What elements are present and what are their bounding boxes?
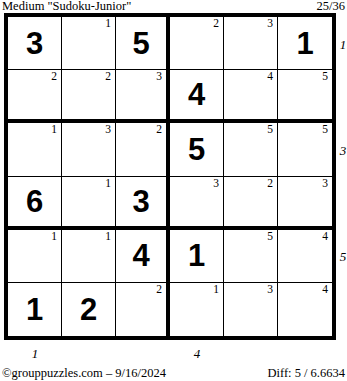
corner-mark: 3 bbox=[213, 177, 219, 190]
corner-mark: 1 bbox=[105, 177, 111, 190]
cell-r4c2[interactable]: 1 bbox=[62, 177, 116, 230]
cell-r3c4[interactable]: 5 bbox=[170, 123, 224, 176]
cell-r2c4[interactable]: 4 bbox=[170, 70, 224, 123]
copyright-date: ©grouppuzzles.com – 9/16/2024 bbox=[2, 366, 166, 380]
corner-mark: 2 bbox=[156, 123, 162, 136]
difficulty: Diff: 5 / 6.6634 bbox=[267, 366, 345, 380]
cell-value: 3 bbox=[116, 177, 166, 226]
corner-mark: 5 bbox=[322, 70, 328, 83]
cell-r5c6[interactable]: 4 bbox=[278, 230, 332, 283]
corner-mark: 4 bbox=[322, 230, 328, 243]
cell-r3c3[interactable]: 2 bbox=[116, 123, 170, 176]
cell-r2c2[interactable]: 2 bbox=[62, 70, 116, 123]
page-title: Medium "Sudoku-Junior" bbox=[2, 0, 131, 13]
footer: ©grouppuzzles.com – 9/16/2024 Diff: 5 / … bbox=[2, 366, 345, 380]
row-label-5: 5 bbox=[340, 250, 347, 263]
cell-r6c3[interactable]: 2 bbox=[116, 283, 170, 336]
cell-value: 1 bbox=[278, 17, 332, 69]
cell-r1c1[interactable]: 3 bbox=[8, 17, 62, 70]
col-label-4: 4 bbox=[194, 347, 201, 360]
corner-mark: 2 bbox=[156, 283, 162, 296]
corner-mark: 4 bbox=[267, 70, 273, 83]
cell-r4c1[interactable]: 6 bbox=[8, 177, 62, 230]
corner-mark: 1 bbox=[105, 17, 111, 30]
cell-r3c5[interactable]: 5 bbox=[224, 123, 278, 176]
corner-mark: 3 bbox=[267, 283, 273, 296]
cell-value: 5 bbox=[170, 123, 223, 175]
row-label-1: 1 bbox=[340, 37, 347, 50]
cell-r5c5[interactable]: 5 bbox=[224, 230, 278, 283]
corner-mark: 2 bbox=[105, 70, 111, 83]
corner-mark: 2 bbox=[267, 177, 273, 190]
cell-r2c1[interactable]: 2 bbox=[8, 70, 62, 123]
corner-mark: 5 bbox=[267, 123, 273, 136]
col-label-1: 1 bbox=[32, 347, 39, 360]
cell-r1c2[interactable]: 1 bbox=[62, 17, 116, 70]
corner-mark: 1 bbox=[51, 123, 57, 136]
cell-r3c2[interactable]: 3 bbox=[62, 123, 116, 176]
cell-r1c5[interactable]: 3 bbox=[224, 17, 278, 70]
header: Medium "Sudoku-Junior" 25/36 bbox=[2, 0, 345, 13]
cell-r4c6[interactable]: 3 bbox=[278, 177, 332, 230]
cell-r1c4[interactable]: 2 bbox=[170, 17, 224, 70]
corner-mark: 5 bbox=[322, 123, 328, 136]
cell-value: 3 bbox=[8, 17, 61, 69]
puzzle-page: Medium "Sudoku-Junior" 25/36 31523122344… bbox=[0, 0, 347, 381]
cell-r4c3[interactable]: 3 bbox=[116, 177, 170, 230]
corner-mark: 1 bbox=[51, 230, 57, 243]
cell-r6c5[interactable]: 3 bbox=[224, 283, 278, 336]
cell-r3c6[interactable]: 5 bbox=[278, 123, 332, 176]
cell-r6c2[interactable]: 2 bbox=[62, 283, 116, 336]
cell-r1c6[interactable]: 1 bbox=[278, 17, 332, 70]
corner-mark: 3 bbox=[105, 123, 111, 136]
cell-r6c6[interactable]: 4 bbox=[278, 283, 332, 336]
cell-r5c4[interactable]: 1 bbox=[170, 230, 224, 283]
cell-r2c3[interactable]: 3 bbox=[116, 70, 170, 123]
progress-counter: 25/36 bbox=[317, 0, 345, 13]
corner-mark: 2 bbox=[51, 70, 57, 83]
cell-value: 2 bbox=[62, 283, 115, 336]
corner-mark: 4 bbox=[322, 283, 328, 296]
cell-r4c4[interactable]: 3 bbox=[170, 177, 224, 230]
cell-r3c1[interactable]: 1 bbox=[8, 123, 62, 176]
cell-value: 6 bbox=[8, 177, 61, 226]
cell-value: 5 bbox=[116, 17, 166, 69]
corner-mark: 1 bbox=[105, 230, 111, 243]
cell-r2c5[interactable]: 4 bbox=[224, 70, 278, 123]
cell-r6c1[interactable]: 1 bbox=[8, 283, 62, 336]
cell-value: 4 bbox=[170, 70, 223, 119]
cell-value: 1 bbox=[170, 230, 223, 282]
cell-r4c5[interactable]: 2 bbox=[224, 177, 278, 230]
cell-value: 1 bbox=[8, 283, 61, 336]
cell-r5c3[interactable]: 4 bbox=[116, 230, 170, 283]
corner-mark: 3 bbox=[267, 17, 273, 30]
cell-r5c1[interactable]: 1 bbox=[8, 230, 62, 283]
corner-mark: 2 bbox=[213, 17, 219, 30]
corner-mark: 5 bbox=[267, 230, 273, 243]
corner-mark: 3 bbox=[156, 70, 162, 83]
cell-r1c3[interactable]: 5 bbox=[116, 17, 170, 70]
row-label-3: 3 bbox=[340, 143, 347, 156]
cell-value: 4 bbox=[116, 230, 166, 282]
sudoku-board: 315231223445132555613323114154122134 bbox=[4, 13, 336, 340]
corner-mark: 3 bbox=[322, 177, 328, 190]
cell-r5c2[interactable]: 1 bbox=[62, 230, 116, 283]
corner-mark: 1 bbox=[213, 283, 219, 296]
cell-r2c6[interactable]: 5 bbox=[278, 70, 332, 123]
cell-r6c4[interactable]: 1 bbox=[170, 283, 224, 336]
